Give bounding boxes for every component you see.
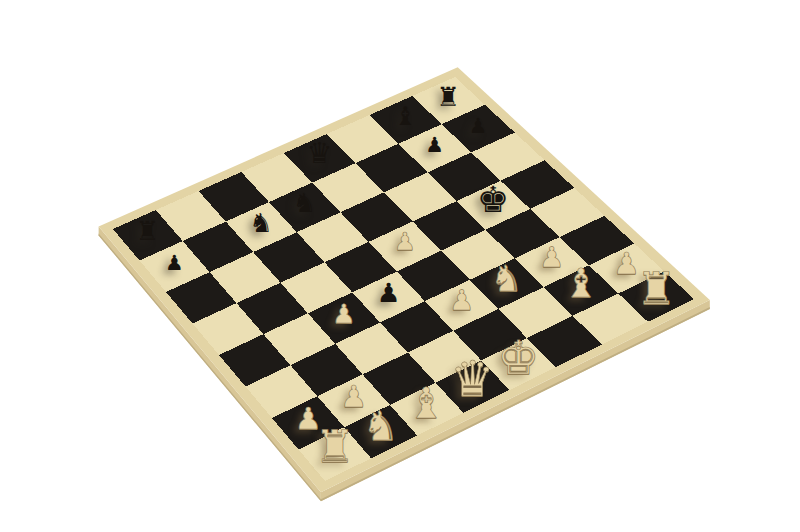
piece-black-knight-f7[interactable]: ♞ — [249, 210, 273, 236]
piece-white-knight-c3[interactable]: ♞ — [491, 261, 523, 297]
piece-white-pawn-d3[interactable]: ♟ — [449, 287, 474, 315]
piece-white-rook-h1[interactable]: ♜ — [315, 425, 355, 470]
piece-white-queen-e1[interactable]: ♛ — [450, 355, 494, 404]
bauhaus-chess-photo: ♜♝♟♟♛♚♞♞♜♟♟♟♟♞♝♜♟♟♟♚♛♟♝♟♞♜ — [0, 0, 800, 532]
piece-black-pawn-e4[interactable]: ♟ — [377, 280, 401, 306]
piece-black-bishop-b8[interactable]: ♝ — [394, 103, 417, 128]
piece-white-pawn-f4[interactable]: ♟ — [332, 301, 356, 327]
piece-black-rook-a8[interactable]: ♜ — [437, 84, 461, 111]
piece-black-knight-e7[interactable]: ♞ — [293, 190, 317, 216]
piece-white-knight-g1[interactable]: ♞ — [362, 406, 398, 447]
piece-white-pawn-b3[interactable]: ♟ — [539, 244, 564, 272]
piece-black-king-b5[interactable]: ♚ — [477, 182, 509, 218]
piece-white-rook-a1[interactable]: ♜ — [636, 268, 676, 313]
piece-black-pawn-b7[interactable]: ♟ — [425, 135, 444, 156]
piece-white-bishop-b2[interactable]: ♝ — [563, 265, 599, 305]
piece-black-rook-h8[interactable]: ♜ — [136, 218, 160, 245]
piece-black-pawn-h7[interactable]: ♟ — [165, 253, 184, 274]
chessboard — [0, 0, 800, 532]
piece-black-queen-d8[interactable]: ♛ — [307, 140, 333, 169]
piece-black-pawn-a7[interactable]: ♟ — [469, 115, 488, 136]
piece-white-bishop-f1[interactable]: ♝ — [407, 382, 445, 425]
piece-white-pawn-d5[interactable]: ♟ — [394, 231, 416, 256]
piece-white-king-d1[interactable]: ♚ — [497, 334, 539, 381]
